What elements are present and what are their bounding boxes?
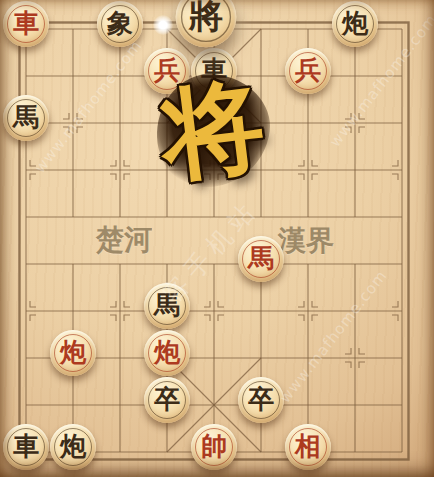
piece-char: 炮	[60, 429, 86, 464]
piece-象-r0c2[interactable]: 象	[97, 1, 143, 47]
piece-將-r0c4[interactable]: 將	[176, 0, 237, 47]
piece-馬-r6c3[interactable]: 馬	[144, 283, 190, 329]
piece-炮-r7c3[interactable]: 炮	[144, 330, 190, 376]
piece-char: 炮	[342, 6, 368, 41]
xiangqi-board: 楚河 漢界 車象將炮兵車兵馬馬馬炮炮卒卒車炮帥相 将 www.mafhome.c…	[0, 0, 434, 477]
piece-兵-r1c6[interactable]: 兵	[285, 48, 331, 94]
piece-char: 車	[13, 6, 39, 41]
piece-馬-r5c5[interactable]: 馬	[238, 236, 284, 282]
piece-char: 象	[107, 6, 133, 41]
piece-char: 馬	[13, 100, 39, 135]
piece-炮-r9c1[interactable]: 炮	[50, 424, 96, 470]
piece-char: 卒	[154, 382, 180, 417]
piece-char: 帥	[201, 429, 227, 464]
piece-車-r0c0[interactable]: 車	[3, 1, 49, 47]
piece-char: 卒	[248, 382, 274, 417]
piece-車-r9c0[interactable]: 車	[3, 424, 49, 470]
piece-馬-r2c0[interactable]: 馬	[3, 95, 49, 141]
piece-車-r1c4[interactable]: 車	[191, 48, 237, 94]
piece-炮-r7c1[interactable]: 炮	[50, 330, 96, 376]
piece-卒-r8c3[interactable]: 卒	[144, 377, 190, 423]
piece-兵-r1c3[interactable]: 兵	[144, 48, 190, 94]
piece-帥-r9c4[interactable]: 帥	[191, 424, 237, 470]
piece-char: 馬	[248, 241, 274, 276]
piece-char: 將	[189, 0, 223, 39]
piece-char: 炮	[60, 335, 86, 370]
piece-卒-r8c5[interactable]: 卒	[238, 377, 284, 423]
sparkle-effect	[153, 15, 173, 35]
piece-char: 兵	[154, 53, 180, 88]
piece-char: 車	[13, 429, 39, 464]
piece-char: 車	[201, 53, 227, 88]
piece-char: 炮	[154, 335, 180, 370]
pieces-grid: 車象將炮兵車兵馬馬馬炮炮卒卒車炮帥相	[3, 6, 426, 476]
piece-炮-r0c7[interactable]: 炮	[332, 1, 378, 47]
piece-相-r9c6[interactable]: 相	[285, 424, 331, 470]
piece-char: 馬	[154, 288, 180, 323]
piece-char: 兵	[295, 53, 321, 88]
piece-char: 相	[295, 429, 321, 464]
